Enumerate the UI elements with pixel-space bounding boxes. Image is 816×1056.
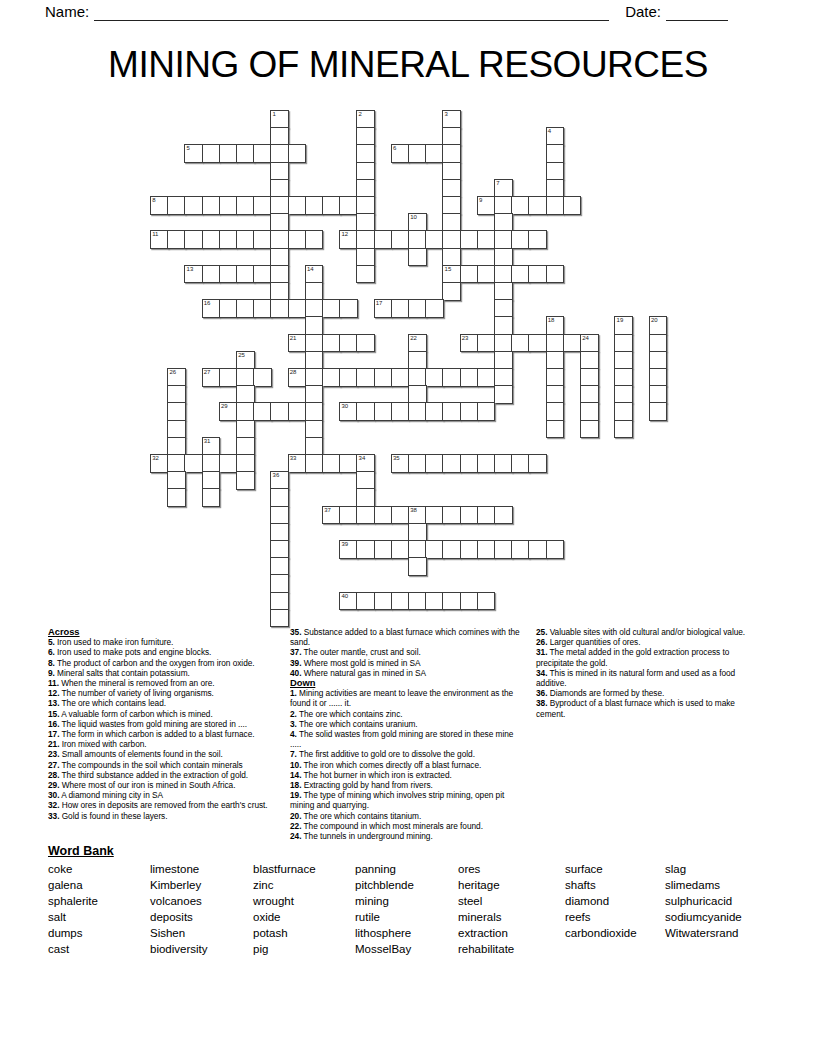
clue-item-across-30: 30. A diamond mining city in SA (48, 790, 279, 800)
grid-cell[interactable] (546, 334, 565, 353)
grid-cell[interactable] (356, 592, 375, 611)
grid-cell[interactable] (253, 402, 272, 421)
grid-cell[interactable] (511, 196, 530, 215)
grid-cell[interactable] (167, 437, 186, 456)
grid-cell[interactable] (614, 402, 633, 421)
grid-cell[interactable] (546, 144, 565, 163)
grid-cell[interactable]: 7 (494, 179, 513, 198)
grid-cell[interactable] (494, 230, 513, 249)
grid-cell[interactable]: 36 (270, 471, 289, 490)
grid-cell[interactable] (356, 162, 375, 181)
grid-cell[interactable]: 39 (339, 540, 358, 559)
grid-cell[interactable] (614, 420, 633, 439)
grid-cell[interactable]: 28 (288, 368, 307, 387)
grid-cell[interactable] (322, 196, 341, 215)
grid-cell[interactable] (425, 144, 444, 163)
grid-cell[interactable] (167, 196, 186, 215)
clue-number: 38 (410, 507, 417, 514)
grid-cell[interactable] (322, 334, 341, 353)
grid-cell[interactable] (649, 334, 668, 353)
grid-cell[interactable]: 16 (202, 299, 221, 318)
grid-cell[interactable]: 38 (408, 506, 427, 525)
grid-cell[interactable] (202, 265, 221, 284)
grid-cell[interactable] (442, 282, 461, 301)
grid-cell[interactable] (528, 265, 547, 284)
grid-cell[interactable] (460, 368, 479, 387)
grid-cell[interactable] (219, 454, 238, 473)
grid-cell[interactable] (167, 454, 186, 473)
grid-cell[interactable] (511, 540, 530, 559)
grid-cell[interactable] (580, 420, 599, 439)
grid-cell[interactable] (649, 351, 668, 370)
grid-cell[interactable] (425, 454, 444, 473)
grid-cell[interactable] (270, 230, 289, 249)
grid-cell[interactable] (270, 265, 289, 284)
grid-cell[interactable]: 33 (288, 454, 307, 473)
grid-cell[interactable]: 30 (339, 402, 358, 421)
grid-cell[interactable] (305, 437, 324, 456)
grid-cell[interactable] (374, 368, 393, 387)
grid-cell[interactable]: 40 (339, 592, 358, 611)
grid-cell[interactable] (442, 196, 461, 215)
grid-cell[interactable] (494, 196, 513, 215)
grid-cell[interactable] (270, 506, 289, 525)
grid-cell[interactable] (270, 248, 289, 267)
grid-cell[interactable] (305, 420, 324, 439)
grid-cell[interactable] (270, 592, 289, 611)
clue-number: 36 (273, 472, 280, 479)
clue-item-down-36: 36. Diamonds are formed by these. (536, 688, 764, 698)
grid-cell[interactable] (477, 368, 496, 387)
grid-cell[interactable]: 11 (150, 230, 169, 249)
grid-cell[interactable] (236, 385, 255, 404)
grid-cell[interactable] (167, 488, 186, 507)
grid-cell[interactable] (356, 334, 375, 353)
grid-cell[interactable] (374, 592, 393, 611)
grid-cell[interactable] (202, 488, 221, 507)
grid-cell[interactable] (425, 592, 444, 611)
name-line[interactable] (94, 4, 609, 21)
grid-cell[interactable]: 26 (167, 368, 186, 387)
grid-cell[interactable] (270, 557, 289, 576)
grid-cell[interactable] (408, 523, 427, 542)
grid-cell[interactable] (494, 454, 513, 473)
grid-cell[interactable] (219, 144, 238, 163)
grid-cell[interactable] (305, 334, 324, 353)
grid-cell[interactable] (425, 506, 444, 525)
grid-cell[interactable]: 2 (356, 110, 375, 129)
grid-cell[interactable]: 25 (236, 351, 255, 370)
grid-cell[interactable] (202, 454, 221, 473)
grid-cell[interactable] (270, 488, 289, 507)
word-bank-item: sulphuricacid (665, 893, 777, 909)
grid-cell[interactable] (477, 592, 496, 611)
grid-cell[interactable] (305, 368, 324, 387)
grid-cell[interactable] (270, 523, 289, 542)
grid-cell[interactable] (202, 196, 221, 215)
grid-cell[interactable] (477, 230, 496, 249)
grid-cell[interactable] (270, 213, 289, 232)
grid-cell[interactable] (442, 540, 461, 559)
grid-cell[interactable] (236, 230, 255, 249)
grid-cell[interactable] (494, 385, 513, 404)
grid-cell[interactable] (494, 351, 513, 370)
clues-column-1: Across5. Iron used to make iron furnitur… (48, 627, 279, 821)
grid-cell[interactable] (477, 540, 496, 559)
grid-cell[interactable] (528, 196, 547, 215)
clue-item-down-7: 7. The first additive to gold ore to dis… (290, 749, 524, 759)
grid-cell[interactable] (339, 334, 358, 353)
grid-cell[interactable] (167, 402, 186, 421)
grid-cell[interactable] (339, 299, 358, 318)
grid-cell[interactable] (546, 196, 565, 215)
grid-cell[interactable] (288, 144, 307, 163)
grid-cell[interactable] (494, 368, 513, 387)
grid-cell[interactable] (546, 351, 565, 370)
grid-cell[interactable]: 5 (184, 144, 203, 163)
grid-cell[interactable] (425, 230, 444, 249)
grid-cell[interactable] (408, 299, 427, 318)
grid-cell[interactable] (270, 162, 289, 181)
grid-cell[interactable] (477, 265, 496, 284)
grid-cell[interactable] (288, 196, 307, 215)
grid-cell[interactable]: 9 (477, 196, 496, 215)
grid-cell[interactable] (494, 213, 513, 232)
grid-cell[interactable] (408, 351, 427, 370)
grid-cell[interactable]: 37 (322, 506, 341, 525)
grid-cell[interactable] (219, 368, 238, 387)
grid-cell[interactable]: 29 (219, 402, 238, 421)
grid-cell[interactable] (614, 368, 633, 387)
date-line[interactable] (666, 4, 728, 21)
clue-item-across-23: 23. Small amounts of elements found in t… (48, 749, 279, 759)
grid-cell[interactable] (408, 248, 427, 267)
grid-cell[interactable] (202, 144, 221, 163)
grid-cell[interactable] (270, 282, 289, 301)
grid-cell[interactable] (528, 230, 547, 249)
grid-cell[interactable]: 6 (391, 144, 410, 163)
grid-cell[interactable]: 10 (408, 213, 427, 232)
clue-item-down-26: 26. Larger quantities of ores. (536, 637, 764, 647)
grid-cell[interactable] (270, 144, 289, 163)
grid-cell[interactable] (649, 402, 668, 421)
grid-cell[interactable] (391, 230, 410, 249)
grid-cell[interactable] (322, 454, 341, 473)
grid-cell[interactable]: 18 (546, 316, 565, 335)
grid-cell[interactable] (425, 299, 444, 318)
grid-cell[interactable] (339, 454, 358, 473)
grid-cell[interactable] (614, 385, 633, 404)
grid-cell[interactable] (408, 402, 427, 421)
grid-cell[interactable] (305, 351, 324, 370)
grid-cell[interactable] (408, 540, 427, 559)
grid-cell[interactable] (528, 540, 547, 559)
grid-cell[interactable] (356, 230, 375, 249)
grid-cell[interactable]: 22 (408, 334, 427, 353)
grid-cell[interactable] (374, 402, 393, 421)
grid-cell[interactable] (580, 385, 599, 404)
grid-cell[interactable]: 1 (270, 110, 289, 129)
grid-cell[interactable] (649, 368, 668, 387)
grid-cell[interactable] (270, 196, 289, 215)
grid-cell[interactable] (546, 540, 565, 559)
grid-cell[interactable] (270, 609, 289, 628)
grid-cell[interactable] (649, 385, 668, 404)
grid-cell[interactable] (219, 196, 238, 215)
grid-cell[interactable] (356, 265, 375, 284)
grid-cell[interactable] (391, 402, 410, 421)
grid-cell[interactable] (219, 230, 238, 249)
clue-number: 9 (479, 197, 482, 204)
grid-cell[interactable] (580, 402, 599, 421)
clue-number: 21 (290, 335, 297, 342)
grid-cell[interactable] (288, 402, 307, 421)
grid-cell[interactable] (614, 334, 633, 353)
grid-cell[interactable] (339, 506, 358, 525)
grid-cell[interactable] (442, 592, 461, 611)
grid-cell[interactable]: 34 (356, 454, 375, 473)
grid-cell[interactable] (408, 592, 427, 611)
clue-number: 26 (169, 369, 176, 376)
grid-cell[interactable] (236, 265, 255, 284)
grid-cell[interactable]: 3 (442, 110, 461, 129)
grid-cell[interactable] (288, 230, 307, 249)
grid-cell[interactable] (442, 230, 461, 249)
grid-cell[interactable] (339, 368, 358, 387)
grid-cell[interactable] (391, 368, 410, 387)
grid-cell[interactable] (442, 213, 461, 232)
grid-cell[interactable] (305, 316, 324, 335)
grid-cell[interactable] (494, 265, 513, 284)
grid-cell[interactable] (494, 248, 513, 267)
grid-cell[interactable] (460, 265, 479, 284)
grid-cell[interactable] (184, 454, 203, 473)
grid-cell[interactable] (219, 299, 238, 318)
grid-cell[interactable] (253, 196, 272, 215)
grid-cell[interactable] (184, 196, 203, 215)
grid-cell[interactable] (563, 196, 582, 215)
grid-cell[interactable] (546, 402, 565, 421)
grid-cell[interactable] (408, 454, 427, 473)
grid-cell[interactable] (356, 506, 375, 525)
grid-cell[interactable] (546, 179, 565, 198)
grid-cell[interactable] (167, 420, 186, 439)
grid-cell[interactable] (580, 368, 599, 387)
grid-cell[interactable] (236, 437, 255, 456)
grid-cell[interactable] (563, 334, 582, 353)
grid-cell[interactable]: 21 (288, 334, 307, 353)
grid-cell[interactable] (494, 506, 513, 525)
grid-cell[interactable] (408, 230, 427, 249)
grid-cell[interactable] (356, 144, 375, 163)
grid-cell[interactable] (546, 420, 565, 439)
grid-cell[interactable] (305, 385, 324, 404)
grid-cell[interactable] (322, 299, 341, 318)
grid-cell[interactable] (442, 248, 461, 267)
grid-cell[interactable] (236, 196, 255, 215)
grid-cell[interactable] (546, 162, 565, 181)
grid-cell[interactable]: 27 (202, 368, 221, 387)
grid-cell[interactable] (391, 592, 410, 611)
grid-cell[interactable] (408, 368, 427, 387)
grid-cell[interactable] (253, 368, 272, 387)
grid-cell[interactable] (494, 299, 513, 318)
grid-cell[interactable] (236, 368, 255, 387)
grid-cell[interactable] (460, 592, 479, 611)
grid-cell[interactable] (356, 248, 375, 267)
grid-cell[interactable] (339, 196, 358, 215)
grid-cell[interactable] (460, 402, 479, 421)
grid-cell[interactable] (167, 230, 186, 249)
grid-cell[interactable] (356, 540, 375, 559)
grid-cell[interactable] (425, 402, 444, 421)
grid-cell[interactable] (167, 385, 186, 404)
grid-cell[interactable] (425, 368, 444, 387)
grid-cell[interactable]: 14 (305, 265, 324, 284)
grid-cell[interactable] (511, 230, 530, 249)
grid-cell[interactable] (374, 540, 393, 559)
grid-cell[interactable] (460, 454, 479, 473)
clue-item-down-34: 34. This is mined in its natural form an… (536, 668, 764, 688)
grid-cell[interactable] (442, 402, 461, 421)
grid-cell[interactable] (460, 230, 479, 249)
grid-cell[interactable] (494, 540, 513, 559)
grid-cell[interactable] (408, 144, 427, 163)
grid-cell[interactable] (356, 488, 375, 507)
grid-cell[interactable]: 24 (580, 334, 599, 353)
grid-cell[interactable]: 32 (150, 454, 169, 473)
grid-cell[interactable] (391, 506, 410, 525)
grid-cell[interactable] (305, 454, 324, 473)
grid-cell[interactable] (546, 368, 565, 387)
grid-cell[interactable] (442, 162, 461, 181)
clue-item-down-22: 22. The compound in which most minerals … (290, 821, 524, 831)
grid-cell[interactable] (546, 265, 565, 284)
grid-cell[interactable] (236, 144, 255, 163)
grid-cell[interactable] (253, 299, 272, 318)
grid-cell[interactable] (494, 282, 513, 301)
clue-number: 22 (410, 335, 417, 342)
grid-cell[interactable]: 20 (649, 316, 668, 335)
grid-cell[interactable] (305, 230, 324, 249)
grid-cell[interactable] (442, 454, 461, 473)
grid-cell[interactable] (253, 144, 272, 163)
grid-cell[interactable] (322, 368, 341, 387)
grid-cell[interactable]: 4 (546, 127, 565, 146)
grid-cell[interactable] (374, 230, 393, 249)
grid-cell[interactable] (425, 540, 444, 559)
grid-cell[interactable] (270, 402, 289, 421)
grid-cell[interactable] (614, 351, 633, 370)
grid-cell[interactable]: 12 (339, 230, 358, 249)
grid-cell[interactable] (511, 334, 530, 353)
grid-cell[interactable]: 35 (391, 454, 410, 473)
grid-cell[interactable] (528, 334, 547, 353)
grid-cell[interactable] (460, 506, 479, 525)
grid-cell[interactable] (546, 385, 565, 404)
clue-number: 34 (359, 455, 366, 462)
grid-cell[interactable] (442, 127, 461, 146)
word-bank-item: wrought (253, 893, 355, 909)
grid-cell[interactable]: 13 (184, 265, 203, 284)
grid-cell[interactable] (305, 299, 324, 318)
grid-cell[interactable] (442, 179, 461, 198)
grid-cell[interactable] (356, 196, 375, 215)
grid-cell[interactable] (356, 127, 375, 146)
clue-item-down-24: 24. The tunnels in underground mining. (290, 831, 524, 841)
grid-cell[interactable] (442, 368, 461, 387)
grid-cell[interactable]: 15 (442, 265, 461, 284)
grid-cell[interactable] (408, 557, 427, 576)
grid-cell[interactable] (202, 471, 221, 490)
grid-cell[interactable] (202, 230, 221, 249)
grid-cell[interactable] (477, 402, 496, 421)
grid-cell[interactable] (236, 299, 255, 318)
clue-number: 35 (393, 455, 400, 462)
grid-cell[interactable] (511, 454, 530, 473)
grid-cell[interactable] (305, 282, 324, 301)
grid-cell[interactable] (253, 230, 272, 249)
grid-cell[interactable] (184, 230, 203, 249)
grid-cell[interactable] (236, 402, 255, 421)
grid-cell[interactable]: 17 (374, 299, 393, 318)
grid-cell[interactable] (494, 316, 513, 335)
grid-cell[interactable] (356, 213, 375, 232)
grid-cell[interactable] (356, 368, 375, 387)
grid-cell[interactable] (460, 540, 479, 559)
grid-cell[interactable] (477, 454, 496, 473)
grid-cell[interactable] (219, 265, 238, 284)
grid-cell[interactable] (236, 454, 255, 473)
grid-cell[interactable] (494, 334, 513, 353)
grid-cell[interactable]: 23 (460, 334, 479, 353)
grid-cell[interactable]: 31 (202, 437, 221, 456)
grid-cell[interactable] (288, 299, 307, 318)
grid-cell[interactable] (305, 402, 324, 421)
grid-cell[interactable] (305, 196, 324, 215)
grid-cell[interactable] (356, 402, 375, 421)
grid-cell[interactable] (236, 471, 255, 490)
grid-cell[interactable] (270, 127, 289, 146)
grid-cell[interactable] (580, 351, 599, 370)
grid-cell[interactable] (477, 334, 496, 353)
grid-cell[interactable] (270, 574, 289, 593)
grid-cell[interactable] (270, 540, 289, 559)
grid-cell[interactable] (356, 471, 375, 490)
grid-cell[interactable]: 8 (150, 196, 169, 215)
grid-cell[interactable] (270, 299, 289, 318)
grid-cell[interactable] (511, 265, 530, 284)
grid-cell[interactable] (408, 385, 427, 404)
grid-cell[interactable] (253, 265, 272, 284)
grid-cell[interactable] (391, 299, 410, 318)
clue-number: 24 (582, 335, 589, 342)
grid-cell[interactable] (528, 454, 547, 473)
grid-cell[interactable] (236, 420, 255, 439)
grid-cell[interactable] (442, 144, 461, 163)
grid-cell[interactable] (391, 540, 410, 559)
grid-cell[interactable] (374, 506, 393, 525)
grid-cell[interactable] (167, 471, 186, 490)
grid-cell[interactable] (442, 506, 461, 525)
grid-cell[interactable] (477, 506, 496, 525)
grid-cell[interactable] (356, 179, 375, 198)
word-bank-item: steel (458, 893, 565, 909)
clue-item-across-27: 27. The compounds in the soil which cont… (48, 760, 279, 770)
clue-item-down-31: 31. The metal added in the gold extracti… (536, 647, 764, 667)
grid-cell[interactable]: 19 (614, 316, 633, 335)
grid-cell[interactable] (270, 179, 289, 198)
